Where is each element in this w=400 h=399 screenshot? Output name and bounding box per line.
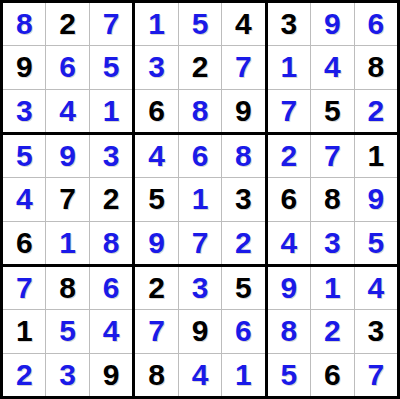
cell-r2c2[interactable]: 6 <box>46 46 88 88</box>
cell-r8c4[interactable]: 7 <box>135 310 177 352</box>
cell-r9c6[interactable]: 1 <box>222 354 264 396</box>
cell-r1c3[interactable]: 7 <box>90 3 132 45</box>
cell-r6c5[interactable]: 7 <box>179 222 221 264</box>
cell-r3c5[interactable]: 8 <box>179 90 221 132</box>
cell-r1c9[interactable]: 6 <box>355 3 397 45</box>
cell-r2c1[interactable]: 9 <box>3 46 45 88</box>
cell-r8c9[interactable]: 3 <box>355 310 397 352</box>
box-0-2: 396148752 <box>268 3 397 132</box>
cell-r3c6[interactable]: 9 <box>222 90 264 132</box>
cell-r9c2[interactable]: 3 <box>46 354 88 396</box>
cell-r7c4[interactable]: 2 <box>135 267 177 309</box>
cell-r1c5[interactable]: 5 <box>179 3 221 45</box>
cell-r5c6[interactable]: 3 <box>222 178 264 220</box>
cell-r2c6[interactable]: 7 <box>222 46 264 88</box>
cell-r1c4[interactable]: 1 <box>135 3 177 45</box>
cell-r7c2[interactable]: 8 <box>46 267 88 309</box>
cell-r4c3[interactable]: 3 <box>90 135 132 177</box>
cell-r6c3[interactable]: 8 <box>90 222 132 264</box>
cell-r3c4[interactable]: 6 <box>135 90 177 132</box>
cell-r4c2[interactable]: 9 <box>46 135 88 177</box>
cell-r2c9[interactable]: 8 <box>355 46 397 88</box>
cell-r2c4[interactable]: 3 <box>135 46 177 88</box>
cell-r6c2[interactable]: 1 <box>46 222 88 264</box>
cell-r2c5[interactable]: 2 <box>179 46 221 88</box>
cell-r9c5[interactable]: 4 <box>179 354 221 396</box>
cell-r8c3[interactable]: 4 <box>90 310 132 352</box>
cell-r1c8[interactable]: 9 <box>311 3 353 45</box>
box-2-2: 914823567 <box>268 267 397 396</box>
cell-r8c7[interactable]: 8 <box>268 310 310 352</box>
cell-r9c8[interactable]: 6 <box>311 354 353 396</box>
box-2-0: 786154239 <box>3 267 132 396</box>
cell-r9c7[interactable]: 5 <box>268 354 310 396</box>
cell-r4c4[interactable]: 4 <box>135 135 177 177</box>
cell-r9c1[interactable]: 2 <box>3 354 45 396</box>
box-1-2: 271689435 <box>268 135 397 264</box>
cell-r6c7[interactable]: 4 <box>268 222 310 264</box>
cell-r2c8[interactable]: 4 <box>311 46 353 88</box>
cell-r5c2[interactable]: 7 <box>46 178 88 220</box>
cell-r5c8[interactable]: 8 <box>311 178 353 220</box>
cell-r6c6[interactable]: 2 <box>222 222 264 264</box>
cell-r7c8[interactable]: 1 <box>311 267 353 309</box>
cell-r9c4[interactable]: 8 <box>135 354 177 396</box>
cell-r8c8[interactable]: 2 <box>311 310 353 352</box>
cell-r4c8[interactable]: 7 <box>311 135 353 177</box>
cell-r5c1[interactable]: 4 <box>3 178 45 220</box>
cell-r8c6[interactable]: 6 <box>222 310 264 352</box>
cell-r7c5[interactable]: 3 <box>179 267 221 309</box>
cell-r5c5[interactable]: 1 <box>179 178 221 220</box>
box-2-1: 235796841 <box>135 267 264 396</box>
cell-r1c1[interactable]: 8 <box>3 3 45 45</box>
cell-r8c2[interactable]: 5 <box>46 310 88 352</box>
cell-r3c8[interactable]: 5 <box>311 90 353 132</box>
cell-r7c7[interactable]: 9 <box>268 267 310 309</box>
cell-r8c5[interactable]: 9 <box>179 310 221 352</box>
sudoku-board: 827965341 154327689 396148752 593472618 … <box>0 0 400 399</box>
cell-r4c5[interactable]: 6 <box>179 135 221 177</box>
cell-r5c9[interactable]: 9 <box>355 178 397 220</box>
cell-r3c1[interactable]: 3 <box>3 90 45 132</box>
cell-r3c3[interactable]: 1 <box>90 90 132 132</box>
cell-r1c7[interactable]: 3 <box>268 3 310 45</box>
box-0-1: 154327689 <box>135 3 264 132</box>
cell-r6c8[interactable]: 3 <box>311 222 353 264</box>
cell-r4c1[interactable]: 5 <box>3 135 45 177</box>
cell-r4c7[interactable]: 2 <box>268 135 310 177</box>
cell-r4c6[interactable]: 8 <box>222 135 264 177</box>
cell-r7c3[interactable]: 6 <box>90 267 132 309</box>
box-1-1: 468513972 <box>135 135 264 264</box>
cell-r2c3[interactable]: 5 <box>90 46 132 88</box>
cell-r6c4[interactable]: 9 <box>135 222 177 264</box>
cell-r5c7[interactable]: 6 <box>268 178 310 220</box>
cell-r7c1[interactable]: 7 <box>3 267 45 309</box>
cell-r9c3[interactable]: 9 <box>90 354 132 396</box>
box-0-0: 827965341 <box>3 3 132 132</box>
cell-r2c7[interactable]: 1 <box>268 46 310 88</box>
cell-r7c6[interactable]: 5 <box>222 267 264 309</box>
cell-r5c4[interactable]: 5 <box>135 178 177 220</box>
cell-r9c9[interactable]: 7 <box>355 354 397 396</box>
cell-r3c2[interactable]: 4 <box>46 90 88 132</box>
cell-r1c6[interactable]: 4 <box>222 3 264 45</box>
cell-r7c9[interactable]: 4 <box>355 267 397 309</box>
cell-r3c7[interactable]: 7 <box>268 90 310 132</box>
cell-r6c9[interactable]: 5 <box>355 222 397 264</box>
box-1-0: 593472618 <box>3 135 132 264</box>
cell-r6c1[interactable]: 6 <box>3 222 45 264</box>
cell-r1c2[interactable]: 2 <box>46 3 88 45</box>
cell-r5c3[interactable]: 2 <box>90 178 132 220</box>
cell-r4c9[interactable]: 1 <box>355 135 397 177</box>
cell-r3c9[interactable]: 2 <box>355 90 397 132</box>
cell-r8c1[interactable]: 1 <box>3 310 45 352</box>
